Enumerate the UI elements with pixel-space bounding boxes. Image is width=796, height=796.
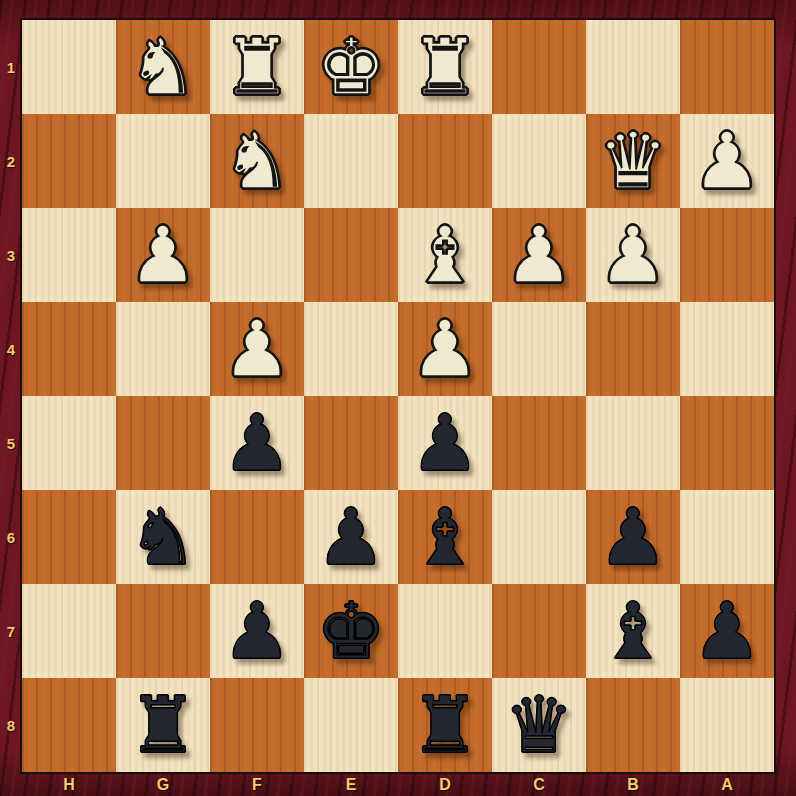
square-c3[interactable]: ♟ — [492, 208, 586, 302]
square-h4[interactable] — [22, 302, 116, 396]
square-c2[interactable] — [492, 114, 586, 208]
rank-label-8: 8 — [0, 678, 22, 772]
rank-label-5: 5 — [0, 396, 22, 490]
square-d7[interactable] — [398, 584, 492, 678]
square-b4[interactable] — [586, 302, 680, 396]
square-d6[interactable]: ♝ — [398, 490, 492, 584]
square-a8[interactable] — [680, 678, 774, 772]
file-label-e: E — [304, 774, 398, 796]
square-f5[interactable]: ♟ — [210, 396, 304, 490]
file-label-d: D — [398, 774, 492, 796]
rank-label-7: 7 — [0, 584, 22, 678]
square-c4[interactable] — [492, 302, 586, 396]
square-b8[interactable] — [586, 678, 680, 772]
square-h8[interactable] — [22, 678, 116, 772]
piece-black-bishop-d6[interactable]: ♝ — [410, 490, 480, 584]
square-f1[interactable]: ♜ — [210, 20, 304, 114]
square-b2[interactable]: ♛ — [586, 114, 680, 208]
piece-white-pawn-c3[interactable]: ♟ — [504, 208, 574, 302]
square-e8[interactable] — [304, 678, 398, 772]
square-c1[interactable] — [492, 20, 586, 114]
square-d4[interactable]: ♟ — [398, 302, 492, 396]
square-a7[interactable]: ♟ — [680, 584, 774, 678]
file-label-h: H — [22, 774, 116, 796]
square-c7[interactable] — [492, 584, 586, 678]
square-h3[interactable] — [22, 208, 116, 302]
piece-white-pawn-a2[interactable]: ♟ — [692, 114, 762, 208]
rank-label-6: 6 — [0, 490, 22, 584]
piece-white-knight-g1[interactable]: ♞ — [128, 20, 198, 114]
piece-black-pawn-a7[interactable]: ♟ — [692, 584, 762, 678]
piece-white-bishop-d3[interactable]: ♝ — [410, 208, 480, 302]
piece-white-king-e1[interactable]: ♚ — [316, 20, 386, 114]
piece-white-pawn-d4[interactable]: ♟ — [410, 302, 480, 396]
square-a5[interactable] — [680, 396, 774, 490]
piece-black-knight-g6[interactable]: ♞ — [128, 490, 198, 584]
square-d1[interactable]: ♜ — [398, 20, 492, 114]
square-d8[interactable]: ♜ — [398, 678, 492, 772]
file-label-a: A — [680, 774, 774, 796]
square-f8[interactable] — [210, 678, 304, 772]
square-a2[interactable]: ♟ — [680, 114, 774, 208]
square-g7[interactable] — [116, 584, 210, 678]
square-h6[interactable] — [22, 490, 116, 584]
square-g3[interactable]: ♟ — [116, 208, 210, 302]
square-d3[interactable]: ♝ — [398, 208, 492, 302]
rank-label-3: 3 — [0, 208, 22, 302]
piece-black-pawn-b6[interactable]: ♟ — [598, 490, 668, 584]
rank-label-1: 1 — [0, 20, 22, 114]
piece-white-knight-f2[interactable]: ♞ — [222, 114, 292, 208]
square-e2[interactable] — [304, 114, 398, 208]
piece-white-pawn-b3[interactable]: ♟ — [598, 208, 668, 302]
piece-black-pawn-f7[interactable]: ♟ — [222, 584, 292, 678]
square-h1[interactable] — [22, 20, 116, 114]
square-e5[interactable] — [304, 396, 398, 490]
square-b1[interactable] — [586, 20, 680, 114]
square-b5[interactable] — [586, 396, 680, 490]
square-c6[interactable] — [492, 490, 586, 584]
piece-black-bishop-b7[interactable]: ♝ — [598, 584, 668, 678]
square-b7[interactable]: ♝ — [586, 584, 680, 678]
square-a6[interactable] — [680, 490, 774, 584]
square-c8[interactable]: ♛ — [492, 678, 586, 772]
piece-white-queen-b2[interactable]: ♛ — [598, 114, 668, 208]
square-e3[interactable] — [304, 208, 398, 302]
square-g8[interactable]: ♜ — [116, 678, 210, 772]
piece-black-pawn-d5[interactable]: ♟ — [410, 396, 480, 490]
chess-board-frame: ♞♜♚♜♞♛♟♟♝♟♟♟♟♟♟♞♟♝♟♟♚♝♟♜♜♛ 12345678 HGFE… — [0, 0, 796, 796]
square-g1[interactable]: ♞ — [116, 20, 210, 114]
piece-white-pawn-g3[interactable]: ♟ — [128, 208, 198, 302]
rank-label-4: 4 — [0, 302, 22, 396]
piece-white-pawn-f4[interactable]: ♟ — [222, 302, 292, 396]
square-b3[interactable]: ♟ — [586, 208, 680, 302]
file-label-g: G — [116, 774, 210, 796]
piece-black-pawn-e6[interactable]: ♟ — [316, 490, 386, 584]
square-e4[interactable] — [304, 302, 398, 396]
square-f7[interactable]: ♟ — [210, 584, 304, 678]
piece-black-pawn-f5[interactable]: ♟ — [222, 396, 292, 490]
piece-white-rook-d1[interactable]: ♜ — [410, 20, 480, 114]
square-f4[interactable]: ♟ — [210, 302, 304, 396]
square-f2[interactable]: ♞ — [210, 114, 304, 208]
piece-black-queen-c8[interactable]: ♛ — [504, 678, 574, 772]
square-f3[interactable] — [210, 208, 304, 302]
square-a4[interactable] — [680, 302, 774, 396]
piece-white-rook-f1[interactable]: ♜ — [222, 20, 292, 114]
square-e1[interactable]: ♚ — [304, 20, 398, 114]
piece-black-king-e7[interactable]: ♚ — [316, 584, 386, 678]
square-g5[interactable] — [116, 396, 210, 490]
file-label-b: B — [586, 774, 680, 796]
square-b6[interactable]: ♟ — [586, 490, 680, 584]
square-e7[interactable]: ♚ — [304, 584, 398, 678]
chess-board: ♞♜♚♜♞♛♟♟♝♟♟♟♟♟♟♞♟♝♟♟♚♝♟♜♜♛ — [22, 20, 774, 772]
square-d5[interactable]: ♟ — [398, 396, 492, 490]
square-f6[interactable] — [210, 490, 304, 584]
square-h2[interactable] — [22, 114, 116, 208]
piece-black-rook-g8[interactable]: ♜ — [128, 678, 198, 772]
rank-label-2: 2 — [0, 114, 22, 208]
square-a1[interactable] — [680, 20, 774, 114]
square-g6[interactable]: ♞ — [116, 490, 210, 584]
square-c5[interactable] — [492, 396, 586, 490]
piece-black-rook-d8[interactable]: ♜ — [410, 678, 480, 772]
square-g4[interactable] — [116, 302, 210, 396]
square-h7[interactable] — [22, 584, 116, 678]
file-label-f: F — [210, 774, 304, 796]
square-g2[interactable] — [116, 114, 210, 208]
square-d2[interactable] — [398, 114, 492, 208]
square-a3[interactable] — [680, 208, 774, 302]
square-h5[interactable] — [22, 396, 116, 490]
file-label-c: C — [492, 774, 586, 796]
square-e6[interactable]: ♟ — [304, 490, 398, 584]
